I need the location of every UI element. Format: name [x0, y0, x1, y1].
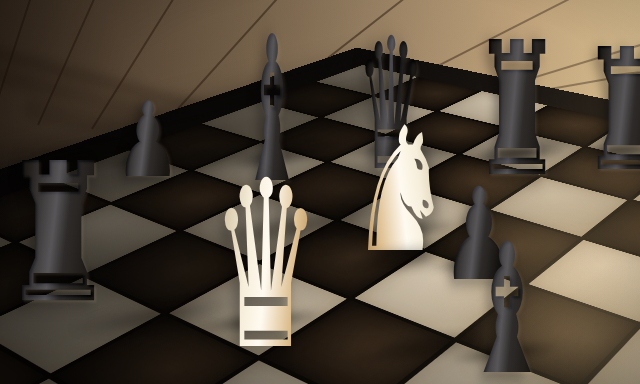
- black-pawn-a4[interactable]: ♟: [115, 87, 181, 191]
- white-queen-d3[interactable]: ♛: [211, 150, 320, 382]
- chess-scene: ♜♜♛♝♟♜♞♛♟♝: [0, 0, 640, 384]
- black-rook-b2[interactable]: ♜: [1, 138, 116, 330]
- black-rook-e8[interactable]: ♜: [580, 27, 640, 195]
- white-knight-d5[interactable]: ♞: [349, 105, 452, 278]
- black-bishop-f4[interactable]: ♝: [462, 221, 552, 384]
